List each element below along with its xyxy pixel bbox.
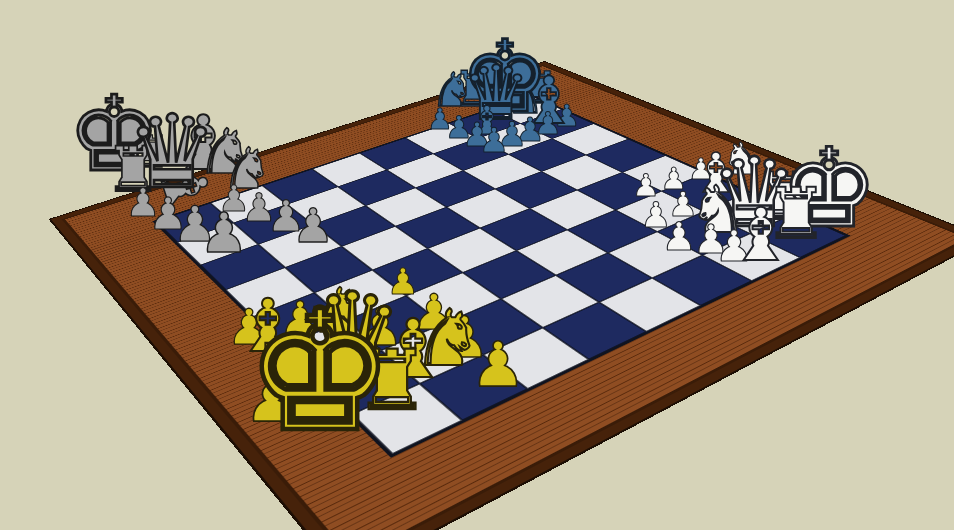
render-viewport: ♚♛♜♜♝♝♞♞♟♟♟♟♟♟♟♟♚♛♜♜♝♝♞♞♟♟♟♟♟♟♟♟♚♛♜♜♝♝♞♞… (0, 0, 954, 530)
yellow-pawn-piece[interactable]: ♟ (470, 334, 526, 396)
gray-pawn-piece[interactable]: ♟ (199, 206, 248, 261)
blue-pawn-piece[interactable]: ♟ (479, 123, 509, 157)
gray-pawn-piece[interactable]: ♟ (292, 202, 334, 249)
white-bishop-piece[interactable]: ♝ (728, 198, 793, 271)
yellow-king-piece[interactable]: ♚ (246, 289, 395, 455)
white-pawn-piece[interactable]: ♟ (662, 217, 697, 256)
